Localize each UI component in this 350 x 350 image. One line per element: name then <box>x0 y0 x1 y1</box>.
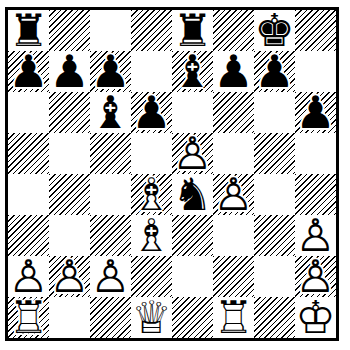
white-queen-d1[interactable]: ♛♕ <box>131 297 172 338</box>
black-knight-icon: ♞ <box>172 174 213 215</box>
square-a5[interactable] <box>8 133 49 174</box>
square-h6[interactable]: ♟♟ <box>295 92 336 133</box>
white-king-h1[interactable]: ♚♔ <box>295 297 336 338</box>
square-g1[interactable] <box>254 297 295 338</box>
square-d1[interactable]: ♛♕ <box>131 297 172 338</box>
white-pawn-c2[interactable]: ♟♙ <box>90 256 131 297</box>
white-pawn-f4[interactable]: ♟♙ <box>213 174 254 215</box>
black-pawn-f7[interactable]: ♟♟ <box>213 51 254 92</box>
square-h5[interactable] <box>295 133 336 174</box>
black-knight-e4[interactable]: ♞♞ <box>172 174 213 215</box>
black-pawn-h6[interactable]: ♟♟ <box>295 92 336 133</box>
square-c2[interactable]: ♟♙ <box>90 256 131 297</box>
black-pawn-icon: ♟ <box>254 51 295 92</box>
square-e1[interactable] <box>172 297 213 338</box>
square-g5[interactable] <box>254 133 295 174</box>
black-pawn-icon: ♟ <box>295 92 336 133</box>
square-b7[interactable]: ♟♟ <box>49 51 90 92</box>
square-h1[interactable]: ♚♔ <box>295 297 336 338</box>
square-h8[interactable] <box>295 10 336 51</box>
black-bishop-icon: ♝ <box>172 51 213 92</box>
square-a4[interactable] <box>8 174 49 215</box>
white-rook-icon: ♖ <box>213 297 254 338</box>
white-pawn-icon: ♙ <box>49 256 90 297</box>
square-c6[interactable]: ♝♝ <box>90 92 131 133</box>
square-b6[interactable] <box>49 92 90 133</box>
black-pawn-b7[interactable]: ♟♟ <box>49 51 90 92</box>
square-c1[interactable] <box>90 297 131 338</box>
square-a6[interactable] <box>8 92 49 133</box>
black-pawn-icon: ♟ <box>131 92 172 133</box>
square-g4[interactable] <box>254 174 295 215</box>
square-g2[interactable] <box>254 256 295 297</box>
square-f3[interactable] <box>213 215 254 256</box>
white-rook-icon: ♖ <box>8 297 49 338</box>
black-pawn-d6[interactable]: ♟♟ <box>131 92 172 133</box>
black-pawn-icon: ♟ <box>8 51 49 92</box>
square-g3[interactable] <box>254 215 295 256</box>
white-rook-f1[interactable]: ♜♖ <box>213 297 254 338</box>
white-bishop-icon: ♗ <box>131 215 172 256</box>
square-d8[interactable] <box>131 10 172 51</box>
square-a7[interactable]: ♟♟ <box>8 51 49 92</box>
square-f6[interactable] <box>213 92 254 133</box>
black-bishop-c6[interactable]: ♝♝ <box>90 92 131 133</box>
square-b5[interactable] <box>49 133 90 174</box>
chess-board: ♜♜♜♜♚♚♟♟♟♟♟♟♝♝♟♟♟♟♝♝♟♟♟♟♟♙♝♗♞♞♟♙♝♗♟♙♟♙♟♙… <box>8 10 336 338</box>
board-frame: ♜♜♜♜♚♚♟♟♟♟♟♟♝♝♟♟♟♟♝♝♟♟♟♟♟♙♝♗♞♞♟♙♝♗♟♙♟♙♟♙… <box>5 7 339 341</box>
black-bishop-icon: ♝ <box>90 92 131 133</box>
square-c5[interactable] <box>90 133 131 174</box>
square-b2[interactable]: ♟♙ <box>49 256 90 297</box>
white-pawn-icon: ♙ <box>90 256 131 297</box>
white-king-icon: ♔ <box>295 297 336 338</box>
square-f7[interactable]: ♟♟ <box>213 51 254 92</box>
black-pawn-g7[interactable]: ♟♟ <box>254 51 295 92</box>
black-bishop-e7[interactable]: ♝♝ <box>172 51 213 92</box>
square-a1[interactable]: ♜♖ <box>8 297 49 338</box>
square-e7[interactable]: ♝♝ <box>172 51 213 92</box>
square-e3[interactable] <box>172 215 213 256</box>
white-pawn-b2[interactable]: ♟♙ <box>49 256 90 297</box>
square-c4[interactable] <box>90 174 131 215</box>
square-e2[interactable] <box>172 256 213 297</box>
square-b1[interactable] <box>49 297 90 338</box>
white-queen-icon: ♕ <box>131 297 172 338</box>
white-bishop-d3[interactable]: ♝♗ <box>131 215 172 256</box>
black-pawn-icon: ♟ <box>213 51 254 92</box>
white-pawn-icon: ♙ <box>213 174 254 215</box>
square-d3[interactable]: ♝♗ <box>131 215 172 256</box>
black-pawn-icon: ♟ <box>49 51 90 92</box>
black-pawn-a7[interactable]: ♟♟ <box>8 51 49 92</box>
white-rook-a1[interactable]: ♜♖ <box>8 297 49 338</box>
square-e4[interactable]: ♞♞ <box>172 174 213 215</box>
square-f4[interactable]: ♟♙ <box>213 174 254 215</box>
square-f1[interactable]: ♜♖ <box>213 297 254 338</box>
square-g6[interactable] <box>254 92 295 133</box>
square-d6[interactable]: ♟♟ <box>131 92 172 133</box>
square-g7[interactable]: ♟♟ <box>254 51 295 92</box>
square-b4[interactable] <box>49 174 90 215</box>
